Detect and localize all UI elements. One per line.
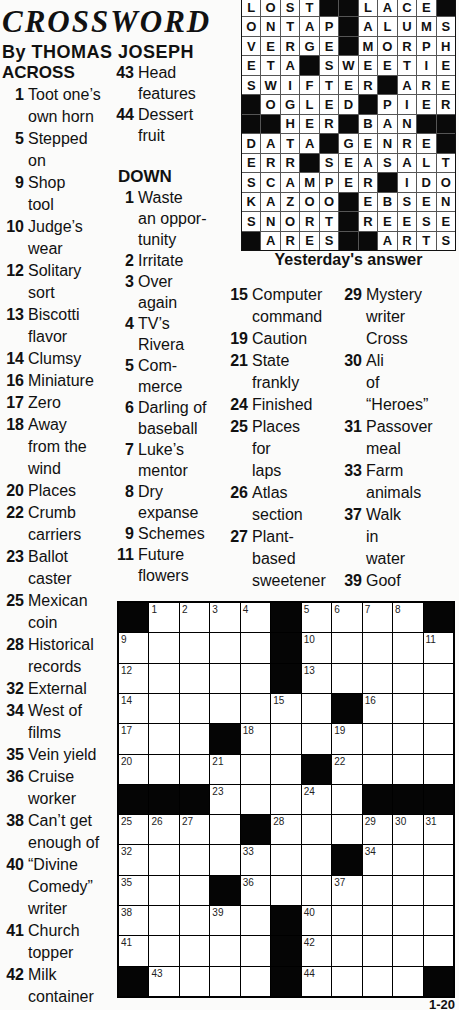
clue-43: 43Head features: [112, 62, 234, 104]
cell-number: 2: [182, 604, 188, 615]
clue-number: 30: [340, 350, 366, 416]
puzzle-cell[interactable]: [149, 694, 178, 723]
puzzle-cell[interactable]: 16: [363, 694, 392, 723]
answer-letter-cell: I: [281, 76, 299, 94]
answer-letter-cell: R: [281, 37, 299, 55]
answer-letter-cell: E: [359, 56, 377, 74]
clue-number: 1: [2, 84, 28, 128]
clue-number: 36: [2, 766, 28, 810]
clue-9: 9Schemes: [112, 523, 234, 544]
answer-letter-cell: N: [378, 134, 396, 152]
puzzle-cell[interactable]: 43: [149, 967, 178, 996]
clue-text: Zero: [28, 392, 61, 414]
answer-block-cell: [378, 76, 396, 94]
puzzle-cell[interactable]: [393, 936, 422, 965]
puzzle-cell[interactable]: 6: [332, 603, 361, 632]
clue-number: 31: [340, 416, 366, 460]
puzzle-cell[interactable]: [149, 845, 178, 874]
clue-text: Places: [28, 480, 76, 502]
puzzle-cell[interactable]: 37: [332, 876, 361, 905]
puzzle-cell[interactable]: [210, 694, 239, 723]
answer-letter-cell: A: [300, 17, 318, 35]
answer-letter-cell: S: [437, 17, 455, 35]
clue-number: 14: [2, 348, 28, 370]
puzzle-cell[interactable]: [363, 664, 392, 693]
puzzle-cell[interactable]: [424, 936, 453, 965]
puzzle-cell[interactable]: [363, 906, 392, 935]
clue-text: West of films: [28, 700, 82, 744]
clue-number: 22: [2, 502, 28, 546]
puzzle-cell[interactable]: [210, 664, 239, 693]
clue-number: 21: [226, 350, 252, 394]
cell-number: 3: [212, 604, 218, 615]
puzzle-cell[interactable]: 4: [241, 603, 270, 632]
down-heading: DOWN: [112, 166, 234, 187]
clue-38: 38Can’t get enough of: [2, 810, 114, 854]
puzzle-cell[interactable]: [332, 633, 361, 662]
clue-35: 35Vein yield: [2, 744, 114, 766]
answer-letter-cell: B: [359, 115, 377, 133]
clue-number: 35: [2, 744, 28, 766]
clue-text: Com- merce: [138, 355, 182, 397]
answer-letter-cell: D: [339, 95, 357, 113]
answer-letter-cell: E: [437, 76, 455, 94]
cell-number: 40: [304, 907, 315, 918]
across-clues-continued: 43Head features44Dessert fruit: [112, 62, 234, 146]
answer-letter-cell: R: [320, 115, 338, 133]
puzzle-cell[interactable]: [149, 633, 178, 662]
puzzle-cell[interactable]: 23: [210, 785, 239, 814]
puzzle-cell[interactable]: [363, 724, 392, 753]
clue-number: 20: [2, 480, 28, 502]
puzzle-cell[interactable]: [332, 967, 361, 996]
puzzle-cell[interactable]: 14: [119, 694, 148, 723]
puzzle-cell[interactable]: [332, 785, 361, 814]
cell-number: 16: [365, 695, 376, 706]
answer-letter-cell: S: [320, 154, 338, 172]
puzzle-cell[interactable]: [363, 967, 392, 996]
answer-letter-cell: E: [339, 76, 357, 94]
puzzle-cell[interactable]: [180, 694, 209, 723]
answer-letter-cell: E: [378, 56, 396, 74]
puzzle-cell[interactable]: [302, 876, 331, 905]
answer-letter-cell: E: [300, 232, 318, 250]
clue-text: State frankly: [252, 350, 299, 394]
answer-letter-cell: R: [359, 173, 377, 191]
clue-19: 19Caution: [226, 328, 344, 350]
cell-number: 1: [151, 604, 157, 615]
puzzle-block-cell: [241, 815, 270, 844]
puzzle-cell[interactable]: [424, 724, 453, 753]
puzzle-cell[interactable]: [180, 967, 209, 996]
clue-33: 33Farm animals: [340, 460, 459, 504]
puzzle-cell[interactable]: 33: [241, 845, 270, 874]
clue-15: 15Computer command: [226, 284, 344, 328]
puzzle-cell[interactable]: [210, 815, 239, 844]
puzzle-cell[interactable]: [393, 876, 422, 905]
answer-block-cell: [242, 115, 260, 133]
answer-block-cell: [339, 37, 357, 55]
crossword-page: CROSSWORD By THOMAS JOSEPH LOSTLACEONTAP…: [0, 0, 459, 1010]
clue-text: Finished: [252, 394, 312, 416]
puzzle-block-cell: [302, 755, 331, 784]
puzzle-cell[interactable]: 10: [302, 633, 331, 662]
puzzle-cell[interactable]: [424, 906, 453, 935]
puzzle-cell[interactable]: [393, 694, 422, 723]
puzzle-cell[interactable]: [302, 815, 331, 844]
clue-text: Atlas section: [252, 482, 303, 526]
answer-letter-cell: E: [300, 115, 318, 133]
clue-text: Cruise worker: [28, 766, 76, 810]
answer-letter-cell: E: [359, 134, 377, 152]
answer-letter-cell: G: [339, 134, 357, 152]
answer-letter-cell: O: [261, 0, 279, 16]
answer-letter-cell: A: [281, 173, 299, 191]
answer-letter-cell: S: [281, 0, 299, 16]
answer-letter-cell: R: [398, 134, 416, 152]
answer-letter-cell: A: [378, 115, 396, 133]
answer-letter-cell: N: [398, 115, 416, 133]
puzzle-cell[interactable]: [149, 664, 178, 693]
clue-text: Historical records: [28, 634, 94, 678]
puzzle-cell[interactable]: 41: [119, 936, 148, 965]
answer-letter-cell: L: [242, 0, 260, 16]
answer-letter-cell: S: [242, 212, 260, 230]
cell-number: 9: [121, 634, 127, 645]
puzzle-cell[interactable]: [180, 936, 209, 965]
cell-number: 15: [273, 695, 284, 706]
clue-number: 15: [226, 284, 252, 328]
answer-letter-cell: A: [359, 17, 377, 35]
puzzle-cell[interactable]: 30: [393, 815, 422, 844]
puzzle-cell[interactable]: [149, 936, 178, 965]
puzzle-cell[interactable]: [149, 724, 178, 753]
clue-number: 5: [112, 355, 138, 397]
cell-number: 38: [121, 907, 132, 918]
puzzle-block-cell: [149, 785, 178, 814]
clue-number: 24: [226, 394, 252, 416]
puzzle-cell[interactable]: [241, 967, 270, 996]
clue-32: 32External: [2, 678, 114, 700]
puzzle-cell[interactable]: [424, 664, 453, 693]
clue-text: Over again: [138, 271, 177, 313]
puzzle-block-cell: [424, 785, 453, 814]
puzzle-cell[interactable]: 17: [119, 724, 148, 753]
clue-text: Biscotti flavor: [28, 304, 80, 348]
answer-letter-cell: L: [300, 95, 318, 113]
answer-letter-cell: P: [378, 95, 396, 113]
puzzle-cell[interactable]: [332, 936, 361, 965]
answer-letter-cell: O: [378, 37, 396, 55]
puzzle-cell[interactable]: [363, 755, 392, 784]
answer-letter-cell: E: [320, 95, 338, 113]
down-clue-column-3: 29Mystery writer Cross30Ali of “Heroes”3…: [340, 284, 459, 592]
puzzle-cell[interactable]: 24: [302, 785, 331, 814]
clue-30: 30Ali of “Heroes”: [340, 350, 459, 416]
puzzle-block-cell: [271, 664, 300, 693]
answer-letter-cell: E: [437, 212, 455, 230]
puzzle-cell[interactable]: [241, 633, 270, 662]
puzzle-cell[interactable]: [241, 755, 270, 784]
puzzle-block-cell: [424, 603, 453, 632]
answer-block-cell: [437, 134, 455, 152]
puzzle-cell[interactable]: [393, 906, 422, 935]
puzzle-cell[interactable]: 1: [149, 603, 178, 632]
clue-number: 17: [2, 392, 28, 414]
clue-number: 43: [112, 62, 138, 104]
cell-number: 14: [121, 695, 132, 706]
puzzle-cell[interactable]: [180, 906, 209, 935]
byline: By THOMAS JOSEPH: [2, 42, 194, 63]
cell-number: 6: [334, 604, 340, 615]
puzzle-cell[interactable]: [271, 724, 300, 753]
puzzle-cell[interactable]: [424, 876, 453, 905]
clue-39: 39Goof: [340, 570, 459, 592]
cell-number: 7: [365, 604, 371, 615]
puzzle-cell[interactable]: 13: [302, 664, 331, 693]
clue-37: 37Walk in water: [340, 504, 459, 570]
answer-letter-cell: G: [281, 95, 299, 113]
clue-text: Farm animals: [366, 460, 421, 504]
puzzle-cell[interactable]: 34: [363, 845, 392, 874]
cell-number: 34: [365, 846, 376, 857]
cell-number: 32: [121, 846, 132, 857]
puzzle-cell[interactable]: 29: [363, 815, 392, 844]
answer-letter-cell: R: [281, 154, 299, 172]
puzzle-cell[interactable]: [393, 755, 422, 784]
puzzle-cell[interactable]: [302, 694, 331, 723]
puzzle-cell[interactable]: [393, 967, 422, 996]
puzzle-cell[interactable]: 31: [424, 815, 453, 844]
answer-letter-cell: A: [300, 134, 318, 152]
puzzle-cell[interactable]: [271, 876, 300, 905]
puzzle-cell[interactable]: [180, 845, 209, 874]
across-clue-column: ACROSS 1Toot one’s own horn5Stepped on9S…: [2, 62, 114, 1008]
puzzle-cell[interactable]: [424, 845, 453, 874]
puzzle-cell[interactable]: [363, 936, 392, 965]
answer-letter-cell: T: [398, 56, 416, 74]
puzzle-cell[interactable]: [241, 936, 270, 965]
down-clues-list-2: 15Computer command19Caution21State frank…: [226, 284, 344, 592]
puzzle-cell[interactable]: 42: [302, 936, 331, 965]
puzzle-block-cell: [271, 967, 300, 996]
puzzle-cell[interactable]: [363, 633, 392, 662]
puzzle-cell[interactable]: 44: [302, 967, 331, 996]
clue-12: 12Solitary sort: [2, 260, 114, 304]
puzzle-cell[interactable]: [210, 936, 239, 965]
cell-number: 33: [243, 846, 254, 857]
down-clue-column-2: 15Computer command19Caution21State frank…: [226, 284, 344, 592]
answer-letter-cell: Z: [281, 193, 299, 211]
answer-letter-cell: E: [339, 154, 357, 172]
answer-letter-cell: H: [281, 115, 299, 133]
puzzle-cell[interactable]: 22: [332, 755, 361, 784]
puzzle-cell[interactable]: 2: [180, 603, 209, 632]
clue-number: 29: [340, 284, 366, 350]
puzzle-cell[interactable]: [241, 906, 270, 935]
answer-block-cell: [242, 232, 260, 250]
answer-letter-cell: L: [378, 17, 396, 35]
puzzle-grid: 1234567891011121314151617181920212223242…: [117, 601, 455, 998]
puzzle-cell[interactable]: 38: [119, 906, 148, 935]
puzzle-cell[interactable]: [393, 724, 422, 753]
cell-number: 25: [121, 816, 132, 827]
clue-44: 44Dessert fruit: [112, 104, 234, 146]
puzzle-cell[interactable]: 15: [271, 694, 300, 723]
puzzle-cell[interactable]: [393, 633, 422, 662]
clue-text: Toot one’s own horn: [28, 84, 101, 128]
answer-block-cell: [339, 115, 357, 133]
answer-letter-cell: A: [359, 154, 377, 172]
cell-number: 30: [395, 816, 406, 827]
puzzle-cell[interactable]: 12: [119, 664, 148, 693]
cell-number: 44: [304, 968, 315, 979]
puzzle-cell[interactable]: [210, 967, 239, 996]
puzzle-cell[interactable]: [302, 724, 331, 753]
puzzle-cell[interactable]: [393, 845, 422, 874]
puzzle-cell[interactable]: [180, 664, 209, 693]
answer-letter-cell: U: [398, 17, 416, 35]
clue-31: 31Passover meal: [340, 416, 459, 460]
puzzle-cell[interactable]: [241, 664, 270, 693]
clue-number: 27: [226, 526, 252, 592]
puzzle-cell[interactable]: [149, 755, 178, 784]
puzzle-cell[interactable]: 32: [119, 845, 148, 874]
puzzle-cell[interactable]: [210, 845, 239, 874]
puzzle-cell[interactable]: 26: [149, 815, 178, 844]
puzzle-cell[interactable]: 36: [241, 876, 270, 905]
puzzle-cell[interactable]: 19: [332, 724, 361, 753]
clue-21: 21State frankly: [226, 350, 344, 394]
puzzle-cell[interactable]: 5: [302, 603, 331, 632]
puzzle-cell[interactable]: [332, 815, 361, 844]
answer-letter-cell: I: [417, 56, 435, 74]
clue-16: 16Miniature: [2, 370, 114, 392]
clue-number: 13: [2, 304, 28, 348]
clue-number: 16: [2, 370, 28, 392]
puzzle-cell[interactable]: [363, 876, 392, 905]
puzzle-cell[interactable]: [332, 906, 361, 935]
clue-text: Head features: [138, 62, 196, 104]
clue-number: 34: [2, 700, 28, 744]
clue-text: Crumb carriers: [28, 502, 81, 546]
puzzle-cell[interactable]: [332, 664, 361, 693]
answer-letter-cell: E: [339, 173, 357, 191]
clue-text: External: [28, 678, 87, 700]
answer-letter-cell: S: [437, 232, 455, 250]
clue-40: 40“Divine Comedy” writer: [2, 854, 114, 920]
puzzle-cell[interactable]: [424, 755, 453, 784]
puzzle-cell[interactable]: 8: [393, 603, 422, 632]
clue-text: Vein yield: [28, 744, 97, 766]
answer-letter-cell: E: [437, 56, 455, 74]
puzzle-cell[interactable]: [424, 694, 453, 723]
answer-letter-cell: E: [417, 134, 435, 152]
answer-block-cell: [359, 232, 377, 250]
puzzle-cell[interactable]: 20: [119, 755, 148, 784]
answer-letter-cell: E: [359, 193, 377, 211]
puzzle-cell[interactable]: [241, 694, 270, 723]
answer-letter-cell: A: [398, 76, 416, 94]
puzzle-cell[interactable]: [149, 906, 178, 935]
clue-13: 13Biscotti flavor: [2, 304, 114, 348]
clue-14: 14Clumsy: [2, 348, 114, 370]
puzzle-cell[interactable]: [149, 876, 178, 905]
puzzle-cell[interactable]: [271, 845, 300, 874]
puzzle-cell[interactable]: [180, 876, 209, 905]
across-clues-list: 1Toot one’s own horn5Stepped on9Shop too…: [2, 84, 114, 1008]
puzzle-cell[interactable]: 21: [210, 755, 239, 784]
puzzle-cell[interactable]: 9: [119, 633, 148, 662]
puzzle-cell[interactable]: [302, 845, 331, 874]
clue-6: 6Darling of baseball: [112, 397, 234, 439]
puzzle-cell[interactable]: 25: [119, 815, 148, 844]
answer-letter-cell: G: [300, 37, 318, 55]
answer-block-cell: [359, 95, 377, 113]
puzzle-cell[interactable]: 7: [363, 603, 392, 632]
puzzle-cell[interactable]: [393, 664, 422, 693]
clue-number: 28: [2, 634, 28, 678]
puzzle-cell[interactable]: [180, 724, 209, 753]
puzzle-cell[interactable]: [180, 755, 209, 784]
puzzle-block-cell: [271, 906, 300, 935]
puzzle-cell[interactable]: 35: [119, 876, 148, 905]
answer-letter-cell: P: [320, 17, 338, 35]
clue-number: 3: [112, 271, 138, 313]
clue-4: 4TV’s Rivera: [112, 313, 234, 355]
answer-letter-cell: P: [417, 37, 435, 55]
puzzle-cell[interactable]: 3: [210, 603, 239, 632]
clue-text: Waste an oppor- tunity: [138, 187, 207, 250]
answer-letter-cell: T: [320, 76, 338, 94]
clue-text: Miniature: [28, 370, 94, 392]
clue-text: Future flowers: [138, 544, 189, 586]
cell-number: 5: [304, 604, 310, 615]
answer-block-cell: [339, 17, 357, 35]
clue-number: 19: [226, 328, 252, 350]
answer-letter-cell: O: [281, 212, 299, 230]
answer-letter-cell: R: [398, 37, 416, 55]
puzzle-cell[interactable]: [241, 785, 270, 814]
puzzle-cell[interactable]: [210, 633, 239, 662]
yesterdays-answer-caption: Yesterday's answer: [238, 251, 459, 269]
answer-letter-cell: R: [261, 154, 279, 172]
puzzle-cell[interactable]: 40: [302, 906, 331, 935]
answer-letter-cell: S: [242, 173, 260, 191]
puzzle-cell[interactable]: 39: [210, 906, 239, 935]
clue-number: 40: [2, 854, 28, 920]
clue-number: 8: [112, 481, 138, 523]
puzzle-cell[interactable]: 27: [180, 815, 209, 844]
puzzle-cell[interactable]: 18: [241, 724, 270, 753]
answer-letter-cell: E: [242, 56, 260, 74]
answer-letter-cell: D: [417, 173, 435, 191]
puzzle-cell[interactable]: [180, 633, 209, 662]
puzzle-cell[interactable]: 11: [424, 633, 453, 662]
clue-5: 5Stepped on: [2, 128, 114, 172]
answer-letter-cell: P: [320, 173, 338, 191]
puzzle-cell[interactable]: [271, 785, 300, 814]
middle-clue-column: 43Head features44Dessert fruit DOWN 1Was…: [112, 62, 234, 586]
answer-letter-cell: R: [437, 95, 455, 113]
puzzle-cell[interactable]: [271, 755, 300, 784]
answer-letter-cell: R: [417, 76, 435, 94]
answer-letter-cell: S: [320, 232, 338, 250]
cell-number: 39: [212, 907, 223, 918]
answer-block-cell: [320, 0, 338, 16]
answer-letter-cell: A: [281, 56, 299, 74]
puzzle-cell[interactable]: 28: [271, 815, 300, 844]
